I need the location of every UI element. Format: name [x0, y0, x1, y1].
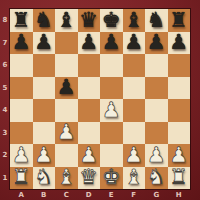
file-label-d: D — [78, 189, 101, 200]
square-h6[interactable] — [168, 54, 191, 77]
file-label-h: H — [168, 189, 191, 200]
white-pawn-h2[interactable]: ♟ — [169, 145, 188, 166]
square-a4[interactable] — [10, 99, 33, 122]
square-c4[interactable] — [55, 99, 78, 122]
square-h3[interactable] — [168, 122, 191, 145]
square-h8[interactable]: ♜ — [168, 9, 191, 32]
square-b6[interactable] — [33, 54, 56, 77]
white-pawn-e4[interactable]: ♟ — [102, 100, 121, 121]
square-b1[interactable]: ♞ — [33, 167, 56, 190]
square-h2[interactable]: ♟ — [168, 144, 191, 167]
square-a6[interactable] — [10, 54, 33, 77]
square-h1[interactable]: ♜ — [168, 167, 191, 190]
rank-label-3: 3 — [0, 122, 10, 145]
white-pawn-c3[interactable]: ♟ — [57, 122, 76, 143]
black-bishop-c8[interactable]: ♝ — [57, 10, 76, 31]
black-rook-h8[interactable]: ♜ — [169, 10, 188, 31]
black-pawn-d7[interactable]: ♟ — [79, 32, 98, 53]
square-d2[interactable]: ♟ — [78, 144, 101, 167]
white-king-e1[interactable]: ♚ — [102, 167, 121, 188]
square-e7[interactable]: ♟ — [100, 32, 123, 55]
black-pawn-a7[interactable]: ♟ — [12, 32, 31, 53]
square-d8[interactable]: ♛ — [78, 9, 101, 32]
rank-label-5: 5 — [0, 77, 10, 100]
square-a2[interactable]: ♟ — [10, 144, 33, 167]
square-c1[interactable]: ♝ — [55, 167, 78, 190]
square-b2[interactable]: ♟ — [33, 144, 56, 167]
square-f4[interactable] — [123, 99, 146, 122]
file-label-e: E — [100, 189, 123, 200]
rank-label-6: 6 — [0, 54, 10, 77]
square-d4[interactable] — [78, 99, 101, 122]
rank-label-1: 1 — [0, 167, 10, 190]
white-knight-b1[interactable]: ♞ — [34, 167, 53, 188]
rank-label-2: 2 — [0, 144, 10, 167]
file-label-b: B — [33, 189, 56, 200]
black-pawn-c5[interactable]: ♟ — [57, 77, 76, 98]
square-e1[interactable]: ♚ — [100, 167, 123, 190]
white-queen-d1[interactable]: ♛ — [79, 167, 98, 188]
black-queen-d8[interactable]: ♛ — [79, 10, 98, 31]
black-king-e8[interactable]: ♚ — [102, 10, 121, 31]
square-h7[interactable]: ♟ — [168, 32, 191, 55]
black-pawn-b7[interactable]: ♟ — [34, 32, 53, 53]
square-b3[interactable] — [33, 122, 56, 145]
square-d1[interactable]: ♛ — [78, 167, 101, 190]
square-f5[interactable] — [123, 77, 146, 100]
square-d7[interactable]: ♟ — [78, 32, 101, 55]
board: ♜♞♝♛♚♝♞♜♟♟♟♟♟♟♟♟♟♟♟♟♟♟♟♟♜♞♝♛♚♝♞♜ — [10, 9, 190, 189]
rank-label-7: 7 — [0, 32, 10, 55]
white-bishop-c1[interactable]: ♝ — [57, 167, 76, 188]
square-e4[interactable]: ♟ — [100, 99, 123, 122]
square-a1[interactable]: ♜ — [10, 167, 33, 190]
rank-label-8: 8 — [0, 9, 10, 32]
square-c2[interactable] — [55, 144, 78, 167]
square-g2[interactable]: ♟ — [145, 144, 168, 167]
square-g8[interactable]: ♞ — [145, 9, 168, 32]
square-g6[interactable] — [145, 54, 168, 77]
white-rook-h1[interactable]: ♜ — [169, 167, 188, 188]
square-d5[interactable] — [78, 77, 101, 100]
black-rook-a8[interactable]: ♜ — [12, 10, 31, 31]
file-label-g: G — [145, 189, 168, 200]
file-label-a: A — [10, 189, 33, 200]
black-knight-g8[interactable]: ♞ — [147, 10, 166, 31]
square-h4[interactable] — [168, 99, 191, 122]
square-d6[interactable] — [78, 54, 101, 77]
square-e5[interactable] — [100, 77, 123, 100]
square-f3[interactable] — [123, 122, 146, 145]
black-pawn-e7[interactable]: ♟ — [102, 32, 121, 53]
white-pawn-f2[interactable]: ♟ — [124, 145, 143, 166]
white-pawn-g2[interactable]: ♟ — [147, 145, 166, 166]
black-pawn-g7[interactable]: ♟ — [147, 32, 166, 53]
square-g1[interactable]: ♞ — [145, 167, 168, 190]
square-f8[interactable]: ♝ — [123, 9, 146, 32]
square-c6[interactable] — [55, 54, 78, 77]
square-g4[interactable] — [145, 99, 168, 122]
square-g3[interactable] — [145, 122, 168, 145]
file-label-c: C — [55, 189, 78, 200]
black-knight-b8[interactable]: ♞ — [34, 10, 53, 31]
square-a5[interactable] — [10, 77, 33, 100]
square-d3[interactable] — [78, 122, 101, 145]
square-b8[interactable]: ♞ — [33, 9, 56, 32]
square-a8[interactable]: ♜ — [10, 9, 33, 32]
square-c8[interactable]: ♝ — [55, 9, 78, 32]
white-pawn-b2[interactable]: ♟ — [34, 145, 53, 166]
rank-labels: 87654321 — [0, 9, 10, 189]
square-e2[interactable] — [100, 144, 123, 167]
square-g5[interactable] — [145, 77, 168, 100]
square-f1[interactable]: ♝ — [123, 167, 146, 190]
black-bishop-f8[interactable]: ♝ — [124, 10, 143, 31]
white-knight-g1[interactable]: ♞ — [147, 167, 166, 188]
white-rook-a1[interactable]: ♜ — [12, 167, 31, 188]
square-b7[interactable]: ♟ — [33, 32, 56, 55]
square-f2[interactable]: ♟ — [123, 144, 146, 167]
square-f7[interactable]: ♟ — [123, 32, 146, 55]
square-f6[interactable] — [123, 54, 146, 77]
square-g7[interactable]: ♟ — [145, 32, 168, 55]
square-e8[interactable]: ♚ — [100, 9, 123, 32]
file-labels: ABCDEFGH — [10, 189, 190, 200]
white-pawn-d2[interactable]: ♟ — [79, 145, 98, 166]
square-c5[interactable]: ♟ — [55, 77, 78, 100]
white-pawn-a2[interactable]: ♟ — [12, 145, 31, 166]
rank-label-4: 4 — [0, 99, 10, 122]
square-b5[interactable] — [33, 77, 56, 100]
file-label-f: F — [123, 189, 146, 200]
board-frame: 87654321 ♜♞♝♛♚♝♞♜♟♟♟♟♟♟♟♟♟♟♟♟♟♟♟♟♜♞♝♛♚♝♞… — [0, 0, 200, 200]
square-c3[interactable]: ♟ — [55, 122, 78, 145]
square-b4[interactable] — [33, 99, 56, 122]
square-e6[interactable] — [100, 54, 123, 77]
square-a7[interactable]: ♟ — [10, 32, 33, 55]
black-pawn-h7[interactable]: ♟ — [169, 32, 188, 53]
square-e3[interactable] — [100, 122, 123, 145]
black-pawn-f7[interactable]: ♟ — [124, 32, 143, 53]
square-a3[interactable] — [10, 122, 33, 145]
square-c7[interactable] — [55, 32, 78, 55]
square-h5[interactable] — [168, 77, 191, 100]
white-bishop-f1[interactable]: ♝ — [124, 167, 143, 188]
